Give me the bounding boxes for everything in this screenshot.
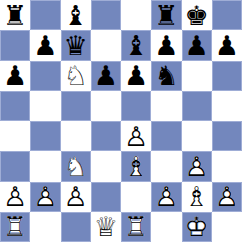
black-pawn-piece-icon: ♟ — [182, 30, 212, 60]
square-e3[interactable]: ♝♗ — [121, 151, 151, 181]
square-g7[interactable]: ♟ — [182, 30, 212, 60]
black-pawn-piece-icon: ♟ — [0, 61, 30, 91]
square-g3[interactable]: ♟♙ — [182, 151, 212, 181]
white-queen-piece-icon: ♕ — [91, 212, 121, 242]
square-c5[interactable] — [61, 91, 91, 121]
white-bishop-piece-icon-fill: ♝ — [182, 182, 212, 212]
white-pawn-piece-icon: ♙ — [30, 182, 60, 212]
white-pawn-piece-icon-fill: ♟ — [212, 182, 242, 212]
white-pawn-piece-icon-fill: ♟ — [61, 182, 91, 212]
square-h5[interactable] — [212, 91, 242, 121]
white-king-piece-icon-fill: ♚ — [182, 212, 212, 242]
square-f4[interactable] — [151, 121, 181, 151]
square-d1[interactable]: ♛♕ — [91, 212, 121, 242]
square-h7[interactable]: ♟ — [212, 30, 242, 60]
chess-board: ♜♝♜♚♟♛♝♟♟♟♟♞♘♟♟♞♟♙♞♘♝♗♟♙♟♙♟♙♟♙♟♙♝♗♟♙♜♖♛♕… — [0, 0, 242, 242]
square-a6[interactable]: ♟ — [0, 61, 30, 91]
square-e1[interactable]: ♜♖ — [121, 212, 151, 242]
white-bishop-piece-icon-fill: ♝ — [121, 151, 151, 181]
white-bishop-piece-icon: ♗ — [182, 182, 212, 212]
square-c8[interactable]: ♝ — [61, 0, 91, 30]
white-queen-piece-icon-fill: ♛ — [91, 212, 121, 242]
square-h1[interactable] — [212, 212, 242, 242]
white-pawn-piece-icon: ♙ — [121, 121, 151, 151]
square-h3[interactable] — [212, 151, 242, 181]
square-h8[interactable] — [212, 0, 242, 30]
square-c7[interactable]: ♛ — [61, 30, 91, 60]
square-h2[interactable]: ♟♙ — [212, 182, 242, 212]
square-e5[interactable] — [121, 91, 151, 121]
square-d6[interactable]: ♟ — [91, 61, 121, 91]
square-b4[interactable] — [30, 121, 60, 151]
black-rook-piece-icon: ♜ — [0, 0, 30, 30]
black-pawn-piece-icon: ♟ — [151, 30, 181, 60]
square-b8[interactable] — [30, 0, 60, 30]
square-h6[interactable] — [212, 61, 242, 91]
white-pawn-piece-icon-fill: ♟ — [0, 182, 30, 212]
square-c1[interactable] — [61, 212, 91, 242]
white-rook-piece-icon-fill: ♜ — [121, 212, 151, 242]
white-bishop-piece-icon: ♗ — [121, 151, 151, 181]
square-g6[interactable] — [182, 61, 212, 91]
white-pawn-piece-icon-fill: ♟ — [151, 182, 181, 212]
square-a1[interactable]: ♜♖ — [0, 212, 30, 242]
square-f7[interactable]: ♟ — [151, 30, 181, 60]
square-e2[interactable] — [121, 182, 151, 212]
black-queen-piece-icon: ♛ — [61, 30, 91, 60]
square-f1[interactable] — [151, 212, 181, 242]
square-d4[interactable] — [91, 121, 121, 151]
square-h4[interactable] — [212, 121, 242, 151]
square-a3[interactable] — [0, 151, 30, 181]
square-c6[interactable]: ♞♘ — [61, 61, 91, 91]
square-d8[interactable] — [91, 0, 121, 30]
black-pawn-piece-icon: ♟ — [30, 30, 60, 60]
square-b2[interactable]: ♟♙ — [30, 182, 60, 212]
black-king-piece-icon: ♚ — [182, 0, 212, 30]
square-g8[interactable]: ♚ — [182, 0, 212, 30]
square-f6[interactable]: ♞ — [151, 61, 181, 91]
square-a7[interactable] — [0, 30, 30, 60]
square-b5[interactable] — [30, 91, 60, 121]
white-pawn-piece-icon-fill: ♟ — [121, 121, 151, 151]
square-b3[interactable] — [30, 151, 60, 181]
black-pawn-piece-icon: ♟ — [91, 61, 121, 91]
black-pawn-piece-icon: ♟ — [212, 30, 242, 60]
black-rook-piece-icon: ♜ — [151, 0, 181, 30]
white-knight-piece-icon-fill: ♞ — [61, 61, 91, 91]
square-e4[interactable]: ♟♙ — [121, 121, 151, 151]
square-c2[interactable]: ♟♙ — [61, 182, 91, 212]
white-pawn-piece-icon: ♙ — [61, 182, 91, 212]
square-f8[interactable]: ♜ — [151, 0, 181, 30]
white-pawn-piece-icon: ♙ — [0, 182, 30, 212]
square-a4[interactable] — [0, 121, 30, 151]
square-d2[interactable] — [91, 182, 121, 212]
square-d3[interactable] — [91, 151, 121, 181]
square-g2[interactable]: ♝♗ — [182, 182, 212, 212]
white-pawn-piece-icon: ♙ — [212, 182, 242, 212]
white-king-piece-icon: ♔ — [182, 212, 212, 242]
square-f2[interactable]: ♟♙ — [151, 182, 181, 212]
white-pawn-piece-icon-fill: ♟ — [30, 182, 60, 212]
square-d5[interactable] — [91, 91, 121, 121]
square-b1[interactable] — [30, 212, 60, 242]
square-e7[interactable]: ♝ — [121, 30, 151, 60]
square-e6[interactable]: ♟ — [121, 61, 151, 91]
square-b7[interactable]: ♟ — [30, 30, 60, 60]
square-b6[interactable] — [30, 61, 60, 91]
white-rook-piece-icon: ♖ — [0, 212, 30, 242]
square-a5[interactable] — [0, 91, 30, 121]
square-e8[interactable] — [121, 0, 151, 30]
square-c3[interactable]: ♞♘ — [61, 151, 91, 181]
black-bishop-piece-icon: ♝ — [121, 30, 151, 60]
white-knight-piece-icon: ♘ — [61, 151, 91, 181]
white-knight-piece-icon: ♘ — [61, 61, 91, 91]
square-f3[interactable] — [151, 151, 181, 181]
white-pawn-piece-icon: ♙ — [182, 151, 212, 181]
square-a8[interactable]: ♜ — [0, 0, 30, 30]
square-g1[interactable]: ♚♔ — [182, 212, 212, 242]
square-g5[interactable] — [182, 91, 212, 121]
white-rook-piece-icon: ♖ — [121, 212, 151, 242]
square-d7[interactable] — [91, 30, 121, 60]
black-bishop-piece-icon: ♝ — [61, 0, 91, 30]
square-c4[interactable] — [61, 121, 91, 151]
white-pawn-piece-icon-fill: ♟ — [182, 151, 212, 181]
square-g4[interactable] — [182, 121, 212, 151]
white-knight-piece-icon-fill: ♞ — [61, 151, 91, 181]
black-pawn-piece-icon: ♟ — [121, 61, 151, 91]
white-rook-piece-icon-fill: ♜ — [0, 212, 30, 242]
black-knight-piece-icon: ♞ — [151, 61, 181, 91]
white-pawn-piece-icon: ♙ — [151, 182, 181, 212]
square-a2[interactable]: ♟♙ — [0, 182, 30, 212]
square-f5[interactable] — [151, 91, 181, 121]
